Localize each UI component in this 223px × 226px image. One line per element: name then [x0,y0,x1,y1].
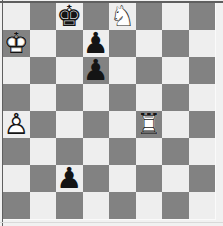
piece-glyph-outline: ♘ [109,3,136,30]
square-b1[interactable] [30,192,57,219]
square-f8[interactable] [136,3,163,30]
square-f6[interactable] [136,57,163,84]
square-h4[interactable] [189,111,216,138]
piece-glyph-fill: ♟ [56,165,83,192]
square-f7[interactable] [136,30,163,57]
square-c5[interactable] [56,84,83,111]
black-king[interactable]: ♚ [56,3,83,30]
square-a7[interactable]: ♚♔ [3,30,30,57]
square-e1[interactable] [109,192,136,219]
square-e4[interactable] [109,111,136,138]
square-d2[interactable] [83,165,110,192]
square-c8[interactable]: ♚ [56,3,83,30]
square-e6[interactable] [109,57,136,84]
square-a4[interactable]: ♟♙ [3,111,30,138]
square-b7[interactable] [30,30,57,57]
square-d6[interactable]: ♟ [83,57,110,84]
square-g2[interactable] [162,165,189,192]
square-b6[interactable] [30,57,57,84]
square-g4[interactable] [162,111,189,138]
square-c1[interactable] [56,192,83,219]
square-g1[interactable] [162,192,189,219]
square-a2[interactable] [3,165,30,192]
black-pawn[interactable]: ♟ [56,165,83,192]
chess-board: ♚♞♘♚♔♟♟♟♙♜♖♟ [3,3,216,220]
square-b3[interactable] [30,138,57,165]
white-king[interactable]: ♚♔ [3,30,30,57]
piece-glyph-fill: ♟ [83,57,110,84]
square-c6[interactable] [56,57,83,84]
square-h5[interactable] [189,84,216,111]
square-e8[interactable]: ♞♘ [109,3,136,30]
square-d5[interactable] [83,84,110,111]
frame-bottom-groove [0,222,223,223]
square-g6[interactable] [162,57,189,84]
piece-glyph-outline: ♖ [136,111,163,138]
white-knight[interactable]: ♞♘ [109,3,136,30]
square-e5[interactable] [109,84,136,111]
square-g8[interactable] [162,3,189,30]
square-d4[interactable] [83,111,110,138]
piece-glyph-outline: ♔ [3,30,30,57]
square-h1[interactable] [189,192,216,219]
square-e2[interactable] [109,165,136,192]
square-h6[interactable] [189,57,216,84]
square-h3[interactable] [189,138,216,165]
square-f2[interactable] [136,165,163,192]
square-a6[interactable] [3,57,30,84]
square-c2[interactable]: ♟ [56,165,83,192]
square-e7[interactable] [109,30,136,57]
square-f4[interactable]: ♜♖ [136,111,163,138]
square-c4[interactable] [56,111,83,138]
square-h7[interactable] [189,30,216,57]
square-g5[interactable] [162,84,189,111]
square-h8[interactable] [189,3,216,30]
square-g3[interactable] [162,138,189,165]
piece-glyph-outline: ♙ [3,111,30,138]
square-b2[interactable] [30,165,57,192]
square-b4[interactable] [30,111,57,138]
square-b5[interactable] [30,84,57,111]
square-b8[interactable] [30,3,57,30]
white-pawn[interactable]: ♟♙ [3,111,30,138]
square-d3[interactable] [83,138,110,165]
square-g7[interactable] [162,30,189,57]
square-a1[interactable] [3,192,30,219]
square-f1[interactable] [136,192,163,219]
square-c7[interactable] [56,30,83,57]
chess-app-window: ♚♞♘♚♔♟♟♟♙♜♖♟ [0,0,223,226]
square-f3[interactable] [136,138,163,165]
piece-glyph-fill: ♚ [56,3,83,30]
square-e3[interactable] [109,138,136,165]
black-pawn[interactable]: ♟ [83,57,110,84]
square-a3[interactable] [3,138,30,165]
square-h2[interactable] [189,165,216,192]
square-d1[interactable] [83,192,110,219]
white-rook[interactable]: ♜♖ [136,111,163,138]
